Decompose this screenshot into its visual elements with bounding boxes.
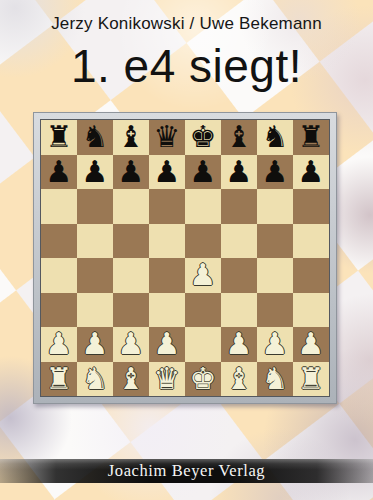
square-h3: [293, 293, 329, 328]
black-knight-b8: ♞: [82, 120, 109, 154]
square-h5: [293, 224, 329, 259]
square-d4: [149, 258, 185, 293]
square-b2: ♟: [77, 327, 113, 362]
square-b3: [77, 293, 113, 328]
square-g5: [257, 224, 293, 259]
square-d1: ♛: [149, 362, 185, 397]
publisher-bar: Joachim Beyer Verlag: [0, 459, 373, 483]
square-d3: [149, 293, 185, 328]
square-f1: ♝: [221, 362, 257, 397]
square-g4: [257, 258, 293, 293]
white-knight-g1: ♞: [262, 362, 289, 396]
square-a6: [41, 189, 77, 224]
square-c4: [113, 258, 149, 293]
chess-board: ♜♞♝♛♚♝♞♜♟♟♟♟♟♟♟♟♟♟♟♟♟♟♟♟♜♞♝♛♚♝♞♜: [40, 119, 330, 397]
square-e3: [185, 293, 221, 328]
square-c3: [113, 293, 149, 328]
square-b5: [77, 224, 113, 259]
square-g7: ♟: [257, 155, 293, 190]
square-e1: ♚: [185, 362, 221, 397]
square-b8: ♞: [77, 120, 113, 155]
square-c5: [113, 224, 149, 259]
white-pawn-c2: ♟: [118, 327, 145, 361]
square-e4: ♟: [185, 258, 221, 293]
black-rook-h8: ♜: [298, 120, 325, 154]
black-pawn-a7: ♟: [46, 155, 73, 189]
square-b1: ♞: [77, 362, 113, 397]
white-knight-b1: ♞: [82, 362, 109, 396]
square-h4: [293, 258, 329, 293]
square-f5: [221, 224, 257, 259]
white-pawn-h2: ♟: [298, 327, 325, 361]
black-pawn-h7: ♟: [298, 155, 325, 189]
square-c6: [113, 189, 149, 224]
square-f2: ♟: [221, 327, 257, 362]
square-d8: ♛: [149, 120, 185, 155]
square-c1: ♝: [113, 362, 149, 397]
black-bishop-c8: ♝: [118, 120, 145, 154]
square-a3: [41, 293, 77, 328]
black-knight-g8: ♞: [262, 120, 289, 154]
square-g6: [257, 189, 293, 224]
black-rook-a8: ♜: [46, 120, 73, 154]
white-pawn-d2: ♟: [154, 327, 181, 361]
white-bishop-f1: ♝: [226, 362, 253, 396]
square-g3: [257, 293, 293, 328]
square-f4: [221, 258, 257, 293]
square-e8: ♚: [185, 120, 221, 155]
square-c2: ♟: [113, 327, 149, 362]
square-a7: ♟: [41, 155, 77, 190]
white-rook-h1: ♜: [298, 362, 325, 396]
square-d2: ♟: [149, 327, 185, 362]
square-b4: [77, 258, 113, 293]
square-a2: ♟: [41, 327, 77, 362]
white-bishop-c1: ♝: [118, 362, 145, 396]
square-h1: ♜: [293, 362, 329, 397]
white-pawn-f2: ♟: [226, 327, 253, 361]
chess-board-frame: ♜♞♝♛♚♝♞♜♟♟♟♟♟♟♟♟♟♟♟♟♟♟♟♟♜♞♝♛♚♝♞♜: [33, 112, 337, 404]
square-f8: ♝: [221, 120, 257, 155]
black-pawn-e7: ♟: [190, 155, 217, 189]
black-pawn-f7: ♟: [226, 155, 253, 189]
square-e7: ♟: [185, 155, 221, 190]
square-f3: [221, 293, 257, 328]
square-g8: ♞: [257, 120, 293, 155]
black-queen-d8: ♛: [154, 120, 181, 154]
square-a5: [41, 224, 77, 259]
square-b7: ♟: [77, 155, 113, 190]
square-a1: ♜: [41, 362, 77, 397]
book-title: 1. e4 siegt!: [0, 40, 373, 93]
square-h6: [293, 189, 329, 224]
black-bishop-f8: ♝: [226, 120, 253, 154]
white-king-e1: ♚: [190, 362, 217, 396]
black-pawn-c7: ♟: [118, 155, 145, 189]
square-d6: [149, 189, 185, 224]
black-king-e8: ♚: [190, 120, 217, 154]
author-line: Jerzy Konikowski / Uwe Bekemann: [0, 14, 373, 34]
white-pawn-a2: ♟: [46, 327, 73, 361]
square-c7: ♟: [113, 155, 149, 190]
white-queen-d1: ♛: [154, 362, 181, 396]
white-pawn-e4: ♟: [190, 258, 217, 292]
black-pawn-d7: ♟: [154, 155, 181, 189]
white-rook-a1: ♜: [46, 362, 73, 396]
square-h8: ♜: [293, 120, 329, 155]
square-b6: [77, 189, 113, 224]
square-e2: [185, 327, 221, 362]
square-a8: ♜: [41, 120, 77, 155]
square-f7: ♟: [221, 155, 257, 190]
square-e5: [185, 224, 221, 259]
white-pawn-g2: ♟: [262, 327, 289, 361]
black-pawn-b7: ♟: [82, 155, 109, 189]
square-g1: ♞: [257, 362, 293, 397]
square-g2: ♟: [257, 327, 293, 362]
square-h7: ♟: [293, 155, 329, 190]
book-cover: Jerzy Konikowski / Uwe Bekemann 1. e4 si…: [0, 0, 373, 500]
publisher-name: Joachim Beyer Verlag: [108, 461, 265, 480]
white-pawn-b2: ♟: [82, 327, 109, 361]
square-d7: ♟: [149, 155, 185, 190]
square-e6: [185, 189, 221, 224]
square-c8: ♝: [113, 120, 149, 155]
square-d5: [149, 224, 185, 259]
square-h2: ♟: [293, 327, 329, 362]
black-pawn-g7: ♟: [262, 155, 289, 189]
square-a4: [41, 258, 77, 293]
square-f6: [221, 189, 257, 224]
